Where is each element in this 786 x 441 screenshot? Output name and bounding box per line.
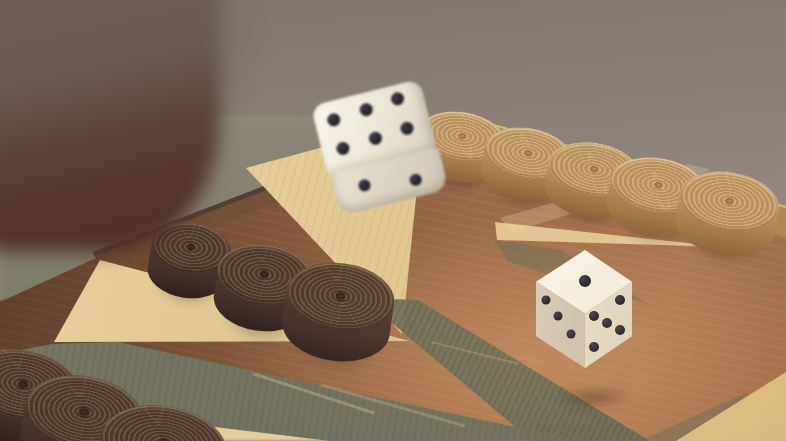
vignette-overlay xyxy=(0,0,786,441)
photo-scene xyxy=(0,0,786,441)
